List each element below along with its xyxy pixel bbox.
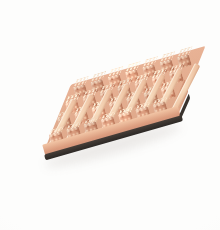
heatsink	[16, 19, 219, 174]
product-photo	[0, 0, 220, 230]
